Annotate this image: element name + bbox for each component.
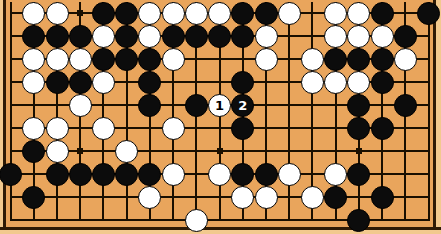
intersection-c18r1[interactable] [394, 2, 417, 25]
black-stone [138, 48, 161, 71]
white-stone [46, 48, 69, 71]
intersection-c4r1[interactable] [69, 2, 92, 25]
white-stone [347, 2, 370, 25]
go-board-diagram: 12 [0, 0, 441, 234]
intersection-c5r4[interactable] [92, 71, 115, 94]
intersection-c6r8[interactable] [115, 163, 138, 186]
intersection-c6r7[interactable] [115, 140, 138, 163]
intersection-c16r9[interactable] [347, 186, 370, 209]
intersection-c7r5[interactable] [138, 94, 161, 117]
intersection-c11r2[interactable] [231, 25, 254, 48]
intersection-c8r5[interactable] [162, 94, 185, 117]
intersection-c10r9[interactable] [208, 186, 231, 209]
intersection-c15r9[interactable] [324, 186, 347, 209]
intersection-c16r4[interactable] [347, 71, 370, 94]
intersection-c18r6[interactable] [394, 117, 417, 140]
intersection-c12r9[interactable] [254, 186, 277, 209]
black-stone [371, 117, 394, 140]
intersection-c15r2[interactable] [324, 25, 347, 48]
black-stone [324, 186, 347, 209]
white-stone [255, 48, 278, 71]
white-stone [255, 25, 278, 48]
star-point-icon [77, 148, 83, 154]
intersection-c17r6[interactable] [371, 117, 394, 140]
intersection-c9r6[interactable] [185, 117, 208, 140]
intersection-c10r2[interactable] [208, 25, 231, 48]
intersection-c13r4[interactable] [278, 71, 301, 94]
intersection-c9r3[interactable] [185, 48, 208, 71]
intersection-c1r6[interactable] [0, 117, 22, 140]
intersection-c6r1[interactable] [115, 2, 138, 25]
intersection-c19r2[interactable] [417, 25, 440, 48]
intersection-c4r10[interactable] [69, 209, 92, 232]
intersection-c8r7[interactable] [162, 140, 185, 163]
intersection-c7r3[interactable] [138, 48, 161, 71]
intersection-c5r2[interactable] [92, 25, 115, 48]
intersection-c13r1[interactable] [278, 2, 301, 25]
intersection-c4r2[interactable] [69, 25, 92, 48]
white-stone [69, 94, 92, 117]
intersection-c14r8[interactable] [301, 163, 324, 186]
intersection-c5r5[interactable] [92, 94, 115, 117]
intersection-c9r1[interactable] [185, 2, 208, 25]
intersection-c18r5[interactable] [394, 94, 417, 117]
black-stone [46, 163, 69, 186]
black-stone [347, 163, 370, 186]
white-stone [208, 163, 231, 186]
black-stone [231, 117, 254, 140]
intersection-c14r3[interactable] [301, 48, 324, 71]
black-stone [115, 2, 138, 25]
intersection-c2r9[interactable] [22, 186, 45, 209]
intersection-c8r1[interactable] [162, 2, 185, 25]
intersection-c17r10[interactable] [371, 209, 394, 232]
intersection-c17r8[interactable] [371, 163, 394, 186]
white-stone [138, 2, 161, 25]
intersection-c13r7[interactable] [278, 140, 301, 163]
black-stone [115, 163, 138, 186]
intersection-c17r1[interactable] [371, 2, 394, 25]
intersection-c14r7[interactable] [301, 140, 324, 163]
black-stone [371, 48, 394, 71]
intersection-c7r2[interactable] [138, 25, 161, 48]
white-stone [347, 71, 370, 94]
intersection-c18r9[interactable] [394, 186, 417, 209]
intersection-c19r7[interactable] [417, 140, 440, 163]
white-stone [46, 140, 69, 163]
intersection-c13r6[interactable] [278, 117, 301, 140]
black-stone [231, 25, 254, 48]
intersection-c7r7[interactable] [138, 140, 161, 163]
white-stone [301, 48, 324, 71]
intersection-c3r6[interactable] [45, 117, 68, 140]
intersection-c2r7[interactable] [22, 140, 45, 163]
black-stone [371, 71, 394, 94]
intersection-c4r8[interactable] [69, 163, 92, 186]
intersection-c7r4[interactable] [138, 71, 161, 94]
intersection-c19r1[interactable] [417, 2, 440, 25]
intersection-c13r9[interactable] [278, 186, 301, 209]
white-stone [162, 2, 185, 25]
intersection-c13r10[interactable] [278, 209, 301, 232]
black-stone [231, 2, 254, 25]
white-stone [231, 186, 254, 209]
intersection-c16r3[interactable] [347, 48, 370, 71]
black-stone [394, 94, 417, 117]
white-stone [162, 48, 185, 71]
intersection-c3r1[interactable] [45, 2, 68, 25]
black-stone [138, 71, 161, 94]
intersection-c2r5[interactable] [22, 94, 45, 117]
white-stone [22, 71, 45, 94]
move-number-label: 1 [215, 99, 224, 112]
intersection-c3r10[interactable] [45, 209, 68, 232]
intersection-c1r2[interactable] [0, 25, 22, 48]
black-stone [371, 186, 394, 209]
intersection-c9r7[interactable] [185, 140, 208, 163]
intersection-c17r7[interactable] [371, 140, 394, 163]
intersection-c5r1[interactable] [92, 2, 115, 25]
white-stone [208, 2, 231, 25]
black-stone: 2 [231, 94, 254, 117]
intersection-c1r5[interactable] [0, 94, 22, 117]
intersection-c4r7[interactable] [69, 140, 92, 163]
intersection-c7r6[interactable] [138, 117, 161, 140]
black-stone [347, 48, 370, 71]
intersection-c8r10[interactable] [162, 209, 185, 232]
intersection-c4r3[interactable] [69, 48, 92, 71]
intersection-c15r3[interactable] [324, 48, 347, 71]
white-stone [278, 2, 301, 25]
intersection-c16r8[interactable] [347, 163, 370, 186]
intersection-c9r8[interactable] [185, 163, 208, 186]
intersection-c1r7[interactable] [0, 140, 22, 163]
intersection-c12r6[interactable] [254, 117, 277, 140]
intersection-c12r5[interactable] [254, 94, 277, 117]
intersection-c17r2[interactable] [371, 25, 394, 48]
white-stone [162, 163, 185, 186]
white-stone [22, 2, 45, 25]
intersection-c14r1[interactable] [301, 2, 324, 25]
intersection-c8r4[interactable] [162, 71, 185, 94]
intersection-c3r2[interactable] [45, 25, 68, 48]
intersection-c19r5[interactable] [417, 94, 440, 117]
intersection-c15r5[interactable] [324, 94, 347, 117]
intersection-c16r5[interactable] [347, 94, 370, 117]
intersection-c13r2[interactable] [278, 25, 301, 48]
intersection-c12r1[interactable] [254, 2, 277, 25]
intersection-c12r3[interactable] [254, 48, 277, 71]
white-stone [301, 186, 324, 209]
black-stone [347, 209, 370, 232]
intersection-c18r10[interactable] [394, 209, 417, 232]
white-stone [301, 71, 324, 94]
black-stone [92, 163, 115, 186]
intersection-c16r7[interactable] [347, 140, 370, 163]
intersection-c19r6[interactable] [417, 117, 440, 140]
black-stone [22, 186, 45, 209]
intersection-c19r10[interactable] [417, 209, 440, 232]
intersection-c5r8[interactable] [92, 163, 115, 186]
intersection-c4r5[interactable] [69, 94, 92, 117]
intersection-c13r8[interactable] [278, 163, 301, 186]
intersection-c10r8[interactable] [208, 163, 231, 186]
intersection-c10r1[interactable] [208, 2, 231, 25]
intersection-c10r7[interactable] [208, 140, 231, 163]
intersection-c12r4[interactable] [254, 71, 277, 94]
black-stone [92, 48, 115, 71]
black-stone [185, 94, 208, 117]
intersection-c8r6[interactable] [162, 117, 185, 140]
intersection-c16r1[interactable] [347, 2, 370, 25]
intersection-c5r9[interactable] [92, 186, 115, 209]
intersection-c8r2[interactable] [162, 25, 185, 48]
intersection-c16r6[interactable] [347, 117, 370, 140]
intersection-c2r10[interactable] [22, 209, 45, 232]
intersection-c10r10[interactable] [208, 209, 231, 232]
intersection-c11r3[interactable] [231, 48, 254, 71]
intersection-c6r3[interactable] [115, 48, 138, 71]
white-stone [324, 71, 347, 94]
black-stone [231, 163, 254, 186]
white-stone [185, 2, 208, 25]
intersection-c15r7[interactable] [324, 140, 347, 163]
intersection-c18r7[interactable] [394, 140, 417, 163]
intersection-c15r6[interactable] [324, 117, 347, 140]
black-stone [69, 71, 92, 94]
intersection-c11r1[interactable] [231, 2, 254, 25]
intersection-c2r8[interactable] [22, 163, 45, 186]
intersection-c6r4[interactable] [115, 71, 138, 94]
intersection-c14r2[interactable] [301, 25, 324, 48]
white-stone [138, 186, 161, 209]
white-stone [324, 25, 347, 48]
black-stone [46, 25, 69, 48]
intersection-c6r5[interactable] [115, 94, 138, 117]
black-stone [324, 48, 347, 71]
black-stone [255, 163, 278, 186]
intersection-c18r8[interactable] [394, 163, 417, 186]
go-grid: 12 [0, 2, 440, 232]
intersection-c17r4[interactable] [371, 71, 394, 94]
intersection-c19r4[interactable] [417, 71, 440, 94]
intersection-c12r2[interactable] [254, 25, 277, 48]
intersection-c9r10[interactable] [185, 209, 208, 232]
intersection-c2r6[interactable] [22, 117, 45, 140]
intersection-c15r10[interactable] [324, 209, 347, 232]
intersection-c17r3[interactable] [371, 48, 394, 71]
white-stone [255, 186, 278, 209]
intersection-c6r6[interactable] [115, 117, 138, 140]
intersection-c18r4[interactable] [394, 71, 417, 94]
intersection-c7r1[interactable] [138, 2, 161, 25]
intersection-c8r9[interactable] [162, 186, 185, 209]
intersection-c11r9[interactable] [231, 186, 254, 209]
intersection-c17r5[interactable] [371, 94, 394, 117]
intersection-c15r4[interactable] [324, 71, 347, 94]
black-stone [138, 163, 161, 186]
white-stone [162, 117, 185, 140]
white-stone [138, 25, 161, 48]
intersection-c1r3[interactable] [0, 48, 22, 71]
intersection-c10r5[interactable]: 1 [208, 94, 231, 117]
intersection-c8r3[interactable] [162, 48, 185, 71]
intersection-c4r6[interactable] [69, 117, 92, 140]
intersection-c11r10[interactable] [231, 209, 254, 232]
white-stone [185, 209, 208, 232]
white-stone [92, 71, 115, 94]
intersection-c14r10[interactable] [301, 209, 324, 232]
intersection-c5r3[interactable] [92, 48, 115, 71]
white-stone [69, 48, 92, 71]
white-stone: 1 [208, 94, 231, 117]
intersection-c3r3[interactable] [45, 48, 68, 71]
intersection-c2r3[interactable] [22, 48, 45, 71]
white-stone [92, 25, 115, 48]
intersection-c19r3[interactable] [417, 48, 440, 71]
intersection-c2r4[interactable] [22, 71, 45, 94]
white-stone [22, 117, 45, 140]
intersection-c16r2[interactable] [347, 25, 370, 48]
intersection-c15r8[interactable] [324, 163, 347, 186]
black-stone [371, 2, 394, 25]
intersection-c7r10[interactable] [138, 209, 161, 232]
black-stone [347, 94, 370, 117]
intersection-c10r4[interactable] [208, 71, 231, 94]
intersection-c19r8[interactable] [417, 163, 440, 186]
intersection-c3r4[interactable] [45, 71, 68, 94]
intersection-c11r6[interactable] [231, 117, 254, 140]
intersection-c3r8[interactable] [45, 163, 68, 186]
intersection-c1r9[interactable] [0, 186, 22, 209]
intersection-c10r3[interactable] [208, 48, 231, 71]
intersection-c5r7[interactable] [92, 140, 115, 163]
black-stone [185, 25, 208, 48]
intersection-c16r10[interactable] [347, 209, 370, 232]
intersection-c6r10[interactable] [115, 209, 138, 232]
black-stone [69, 163, 92, 186]
black-stone [394, 25, 417, 48]
intersection-c12r10[interactable] [254, 209, 277, 232]
intersection-c14r9[interactable] [301, 186, 324, 209]
intersection-c6r9[interactable] [115, 186, 138, 209]
intersection-c14r5[interactable] [301, 94, 324, 117]
black-stone [92, 2, 115, 25]
intersection-c13r5[interactable] [278, 94, 301, 117]
intersection-c7r9[interactable] [138, 186, 161, 209]
white-stone [347, 25, 370, 48]
intersection-c9r9[interactable] [185, 186, 208, 209]
intersection-c11r8[interactable] [231, 163, 254, 186]
star-point-icon [77, 10, 83, 16]
white-stone [46, 2, 69, 25]
intersection-c6r2[interactable] [115, 25, 138, 48]
star-point-icon [217, 148, 223, 154]
white-stone [278, 163, 301, 186]
intersection-c1r8[interactable] [0, 163, 22, 186]
intersection-c3r9[interactable] [45, 186, 68, 209]
white-stone [324, 163, 347, 186]
intersection-c4r9[interactable] [69, 186, 92, 209]
white-stone [22, 48, 45, 71]
intersection-c19r9[interactable] [417, 186, 440, 209]
intersection-c8r8[interactable] [162, 163, 185, 186]
intersection-c1r10[interactable] [0, 209, 22, 232]
white-stone [371, 25, 394, 48]
intersection-c11r7[interactable] [231, 140, 254, 163]
black-stone [22, 140, 45, 163]
intersection-c18r2[interactable] [394, 25, 417, 48]
black-stone [231, 71, 254, 94]
intersection-c10r6[interactable] [208, 117, 231, 140]
black-stone [0, 163, 22, 186]
black-stone [46, 71, 69, 94]
intersection-c9r5[interactable] [185, 94, 208, 117]
black-stone [115, 25, 138, 48]
intersection-c13r3[interactable] [278, 48, 301, 71]
white-stone [92, 117, 115, 140]
intersection-c18r3[interactable] [394, 48, 417, 71]
black-stone [347, 117, 370, 140]
move-number-label: 2 [238, 99, 247, 112]
black-stone [255, 2, 278, 25]
black-stone [162, 25, 185, 48]
intersection-c3r5[interactable] [45, 94, 68, 117]
white-stone [324, 2, 347, 25]
intersection-c12r7[interactable] [254, 140, 277, 163]
intersection-c2r2[interactable] [22, 25, 45, 48]
black-stone [22, 25, 45, 48]
intersection-c14r6[interactable] [301, 117, 324, 140]
intersection-c15r1[interactable] [324, 2, 347, 25]
intersection-c14r4[interactable] [301, 71, 324, 94]
intersection-c17r9[interactable] [371, 186, 394, 209]
intersection-c5r6[interactable] [92, 117, 115, 140]
white-stone [46, 117, 69, 140]
star-point-icon [356, 148, 362, 154]
intersection-c9r4[interactable] [185, 71, 208, 94]
white-stone [115, 140, 138, 163]
intersection-c1r4[interactable] [0, 71, 22, 94]
intersection-c11r5[interactable]: 2 [231, 94, 254, 117]
black-stone [417, 2, 440, 25]
intersection-c3r7[interactable] [45, 140, 68, 163]
intersection-c5r10[interactable] [92, 209, 115, 232]
black-stone [115, 48, 138, 71]
intersection-c1r1[interactable] [0, 2, 22, 25]
intersection-c4r4[interactable] [69, 71, 92, 94]
intersection-c11r4[interactable] [231, 71, 254, 94]
intersection-c2r1[interactable] [22, 2, 45, 25]
black-stone [208, 25, 231, 48]
intersection-c12r8[interactable] [254, 163, 277, 186]
white-stone [394, 48, 417, 71]
intersection-c7r8[interactable] [138, 163, 161, 186]
black-stone [138, 94, 161, 117]
black-stone [69, 25, 92, 48]
intersection-c9r2[interactable] [185, 25, 208, 48]
